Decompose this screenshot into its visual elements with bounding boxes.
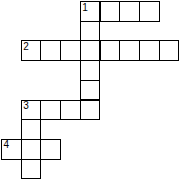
crossword-cell[interactable] [21,100,42,121]
crossword-cell[interactable] [1,139,22,160]
crossword-cell[interactable] [80,1,101,22]
crossword-cell[interactable] [21,159,42,180]
crossword-board: 1234 [0,0,181,181]
crossword-cell[interactable] [40,40,61,61]
crossword-cell[interactable] [80,21,101,42]
crossword-cell[interactable] [139,1,160,22]
crossword-cell[interactable] [80,60,101,81]
crossword-cell[interactable] [80,40,101,61]
crossword-cell[interactable] [21,119,42,140]
crossword-cell[interactable] [21,139,42,160]
crossword-cell[interactable] [60,40,81,61]
crossword-cell[interactable] [40,139,61,160]
crossword-cell[interactable] [80,80,101,101]
crossword-cell[interactable] [139,40,160,61]
crossword-cell[interactable] [119,1,140,22]
crossword-cell[interactable] [21,40,42,61]
crossword-cell[interactable] [100,40,121,61]
crossword-cell[interactable] [100,1,121,22]
crossword-cell[interactable] [80,100,101,121]
crossword-cell[interactable] [40,100,61,121]
crossword-cell[interactable] [119,40,140,61]
crossword-cell[interactable] [159,40,180,61]
crossword-cell[interactable] [60,100,81,121]
